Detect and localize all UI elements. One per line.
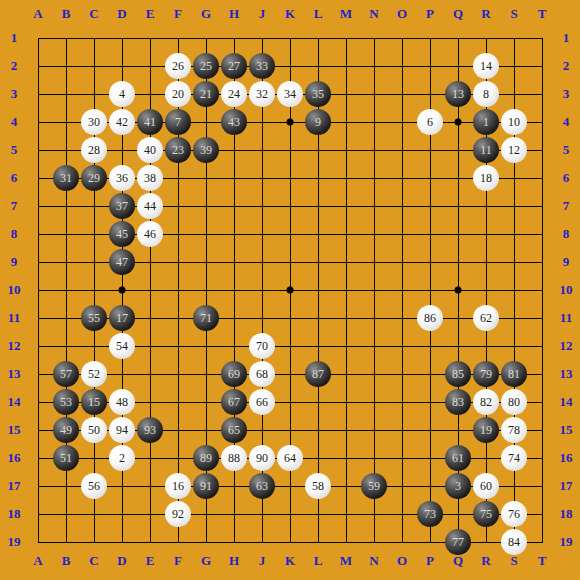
row-label-right: 15 <box>560 423 573 437</box>
stone-black-77[interactable]: 77 <box>445 529 471 555</box>
stone-black-81[interactable]: 81 <box>501 361 527 387</box>
column-label-top: D <box>117 7 126 21</box>
column-label-top: E <box>146 7 155 21</box>
stone-white-12[interactable]: 12 <box>501 137 527 163</box>
column-label-bottom: T <box>538 554 547 568</box>
stone-white-92[interactable]: 92 <box>165 501 191 527</box>
stone-black-17[interactable]: 17 <box>109 305 135 331</box>
row-label-left: 5 <box>11 143 18 157</box>
stone-white-24[interactable]: 24 <box>221 81 247 107</box>
stone-white-14[interactable]: 14 <box>473 53 499 79</box>
row-label-right: 16 <box>560 451 573 465</box>
stone-black-35[interactable]: 35 <box>305 81 331 107</box>
stone-white-56[interactable]: 56 <box>81 473 107 499</box>
stone-black-91[interactable]: 91 <box>193 473 219 499</box>
row-label-right: 1 <box>563 31 570 45</box>
row-label-left: 17 <box>8 479 21 493</box>
stone-black-55[interactable]: 55 <box>81 305 107 331</box>
stone-white-8[interactable]: 8 <box>473 81 499 107</box>
column-label-bottom: B <box>62 554 71 568</box>
row-label-left: 1 <box>11 31 18 45</box>
stone-white-16[interactable]: 16 <box>165 473 191 499</box>
column-label-bottom: E <box>146 554 155 568</box>
stone-black-59[interactable]: 59 <box>361 473 387 499</box>
row-label-left: 13 <box>8 367 21 381</box>
row-label-right: 17 <box>560 479 573 493</box>
column-label-top: R <box>481 7 490 21</box>
stone-white-78[interactable]: 78 <box>501 417 527 443</box>
stone-white-44[interactable]: 44 <box>137 193 163 219</box>
stone-black-71[interactable]: 71 <box>193 305 219 331</box>
stone-white-50[interactable]: 50 <box>81 417 107 443</box>
stone-black-7[interactable]: 7 <box>165 109 191 135</box>
stone-white-82[interactable]: 82 <box>473 389 499 415</box>
row-label-left: 11 <box>8 311 20 325</box>
row-label-right: 13 <box>560 367 573 381</box>
stone-black-23[interactable]: 23 <box>165 137 191 163</box>
stone-white-76[interactable]: 76 <box>501 501 527 527</box>
stone-black-87[interactable]: 87 <box>305 361 331 387</box>
stone-white-30[interactable]: 30 <box>81 109 107 135</box>
stone-black-69[interactable]: 69 <box>221 361 247 387</box>
row-label-right: 12 <box>560 339 573 353</box>
stone-white-74[interactable]: 74 <box>501 445 527 471</box>
column-label-bottom: P <box>426 554 434 568</box>
grid-line-vertical <box>346 38 347 543</box>
column-label-top: Q <box>453 7 463 21</box>
stone-black-63[interactable]: 63 <box>249 473 275 499</box>
stone-black-3[interactable]: 3 <box>445 473 471 499</box>
stone-white-68[interactable]: 68 <box>249 361 275 387</box>
star-point <box>455 119 462 126</box>
column-label-top: P <box>426 7 434 21</box>
row-label-right: 2 <box>563 59 570 73</box>
row-label-left: 10 <box>8 283 21 297</box>
stone-black-39[interactable]: 39 <box>193 137 219 163</box>
row-label-right: 6 <box>563 171 570 185</box>
stone-white-18[interactable]: 18 <box>473 165 499 191</box>
row-label-right: 5 <box>563 143 570 157</box>
grid-line-vertical <box>402 38 403 543</box>
column-label-bottom: H <box>229 554 239 568</box>
star-point <box>119 287 126 294</box>
stone-black-45[interactable]: 45 <box>109 221 135 247</box>
stone-white-26[interactable]: 26 <box>165 53 191 79</box>
stone-white-64[interactable]: 64 <box>277 445 303 471</box>
stone-black-67[interactable]: 67 <box>221 389 247 415</box>
stone-white-48[interactable]: 48 <box>109 389 135 415</box>
stone-black-51[interactable]: 51 <box>53 445 79 471</box>
row-label-left: 14 <box>8 395 21 409</box>
stone-white-52[interactable]: 52 <box>81 361 107 387</box>
column-label-bottom: Q <box>453 554 463 568</box>
stone-white-6[interactable]: 6 <box>417 109 443 135</box>
stone-white-70[interactable]: 70 <box>249 333 275 359</box>
row-label-right: 19 <box>560 535 573 549</box>
column-label-top: B <box>62 7 71 21</box>
column-label-top: N <box>369 7 378 21</box>
row-label-right: 9 <box>563 255 570 269</box>
stone-white-28[interactable]: 28 <box>81 137 107 163</box>
row-label-left: 6 <box>11 171 18 185</box>
column-label-bottom: D <box>117 554 126 568</box>
column-label-bottom: O <box>397 554 407 568</box>
stone-black-41[interactable]: 41 <box>137 109 163 135</box>
column-label-top: A <box>33 7 42 21</box>
stone-white-94[interactable]: 94 <box>109 417 135 443</box>
column-label-top: H <box>229 7 239 21</box>
row-label-right: 14 <box>560 395 573 409</box>
row-label-left: 3 <box>11 87 18 101</box>
stone-black-29[interactable]: 29 <box>81 165 107 191</box>
column-label-top: O <box>397 7 407 21</box>
row-label-left: 8 <box>11 227 18 241</box>
column-label-top: T <box>538 7 547 21</box>
stone-black-65[interactable]: 65 <box>221 417 247 443</box>
stone-white-54[interactable]: 54 <box>109 333 135 359</box>
stone-black-13[interactable]: 13 <box>445 81 471 107</box>
row-label-left: 15 <box>8 423 21 437</box>
column-label-bottom: F <box>174 554 182 568</box>
column-label-bottom: G <box>201 554 211 568</box>
stone-black-21[interactable]: 21 <box>193 81 219 107</box>
stone-white-60[interactable]: 60 <box>473 473 499 499</box>
row-label-left: 12 <box>8 339 21 353</box>
stone-white-20[interactable]: 20 <box>165 81 191 107</box>
stone-black-11[interactable]: 11 <box>473 137 499 163</box>
stone-white-38[interactable]: 38 <box>137 165 163 191</box>
column-label-bottom: N <box>369 554 378 568</box>
row-label-right: 10 <box>560 283 573 297</box>
column-label-top: F <box>174 7 182 21</box>
column-label-bottom: R <box>481 554 490 568</box>
stone-black-75[interactable]: 75 <box>473 501 499 527</box>
column-label-top: G <box>201 7 211 21</box>
row-label-right: 8 <box>563 227 570 241</box>
column-label-bottom: K <box>285 554 295 568</box>
column-label-bottom: J <box>259 554 266 568</box>
star-point <box>455 287 462 294</box>
stone-black-61[interactable]: 61 <box>445 445 471 471</box>
column-label-bottom: L <box>314 554 323 568</box>
column-label-top: J <box>259 7 266 21</box>
row-label-left: 9 <box>11 255 18 269</box>
star-point <box>287 287 294 294</box>
stone-black-33[interactable]: 33 <box>249 53 275 79</box>
column-label-top: S <box>510 7 517 21</box>
stone-black-31[interactable]: 31 <box>53 165 79 191</box>
stone-black-79[interactable]: 79 <box>473 361 499 387</box>
column-label-bottom: A <box>33 554 42 568</box>
row-label-left: 16 <box>8 451 21 465</box>
stone-black-1[interactable]: 1 <box>473 109 499 135</box>
stone-white-10[interactable]: 10 <box>501 109 527 135</box>
column-label-top: C <box>89 7 98 21</box>
stone-white-88[interactable]: 88 <box>221 445 247 471</box>
row-label-left: 18 <box>8 507 21 521</box>
stone-black-85[interactable]: 85 <box>445 361 471 387</box>
stone-black-27[interactable]: 27 <box>221 53 247 79</box>
column-label-top: L <box>314 7 323 21</box>
stone-white-46[interactable]: 46 <box>137 221 163 247</box>
stone-white-4[interactable]: 4 <box>109 81 135 107</box>
stone-black-89[interactable]: 89 <box>193 445 219 471</box>
stone-black-73[interactable]: 73 <box>417 501 443 527</box>
stone-white-90[interactable]: 90 <box>249 445 275 471</box>
row-label-left: 7 <box>11 199 18 213</box>
row-label-right: 18 <box>560 507 573 521</box>
column-label-bottom: M <box>340 554 352 568</box>
stone-white-66[interactable]: 66 <box>249 389 275 415</box>
stone-black-57[interactable]: 57 <box>53 361 79 387</box>
star-point <box>287 119 294 126</box>
stone-white-62[interactable]: 62 <box>473 305 499 331</box>
stone-black-53[interactable]: 53 <box>53 389 79 415</box>
row-label-left: 2 <box>11 59 18 73</box>
row-label-right: 7 <box>563 199 570 213</box>
stone-white-36[interactable]: 36 <box>109 165 135 191</box>
stone-black-9[interactable]: 9 <box>305 109 331 135</box>
grid-line-vertical <box>542 38 543 543</box>
stone-white-32[interactable]: 32 <box>249 81 275 107</box>
row-label-right: 3 <box>563 87 570 101</box>
stone-black-49[interactable]: 49 <box>53 417 79 443</box>
stone-black-83[interactable]: 83 <box>445 389 471 415</box>
stone-black-43[interactable]: 43 <box>221 109 247 135</box>
column-label-bottom: C <box>89 554 98 568</box>
stone-black-15[interactable]: 15 <box>81 389 107 415</box>
stone-black-25[interactable]: 25 <box>193 53 219 79</box>
grid-line-vertical <box>374 38 375 543</box>
column-label-bottom: S <box>510 554 517 568</box>
stone-white-2[interactable]: 2 <box>109 445 135 471</box>
stone-black-47[interactable]: 47 <box>109 249 135 275</box>
grid-line-horizontal <box>38 514 543 515</box>
row-label-right: 11 <box>560 311 572 325</box>
stone-black-93[interactable]: 93 <box>137 417 163 443</box>
stone-white-80[interactable]: 80 <box>501 389 527 415</box>
stone-black-37[interactable]: 37 <box>109 193 135 219</box>
stone-white-86[interactable]: 86 <box>417 305 443 331</box>
stone-white-42[interactable]: 42 <box>109 109 135 135</box>
column-label-top: K <box>285 7 295 21</box>
stone-white-40[interactable]: 40 <box>137 137 163 163</box>
stone-white-84[interactable]: 84 <box>501 529 527 555</box>
stone-white-58[interactable]: 58 <box>305 473 331 499</box>
stone-black-19[interactable]: 19 <box>473 417 499 443</box>
row-label-right: 4 <box>563 115 570 129</box>
row-label-left: 4 <box>11 115 18 129</box>
column-label-top: M <box>340 7 352 21</box>
go-board[interactable]: AABBCCDDEEFFGGHHJJKKLLMMNNOOPPQQRRSSTT11… <box>0 0 580 580</box>
stone-white-34[interactable]: 34 <box>277 81 303 107</box>
row-label-left: 19 <box>8 535 21 549</box>
